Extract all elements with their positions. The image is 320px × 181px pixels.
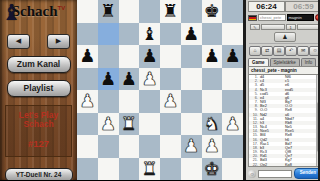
channel-sidebar: ♝ SchachTV ◀ ▶ Zum Kanal Playlist Let's … xyxy=(0,0,77,180)
control-field-3[interactable] xyxy=(297,24,320,30)
notation-area: 1.d4Nf62.c4c53.d5e64.Nc3exd55.cxd5d66.e4… xyxy=(248,74,320,167)
black-move[interactable]: Kg8 xyxy=(284,163,309,167)
clocks: 06:24 06:59 xyxy=(248,1,320,12)
square-b2[interactable] xyxy=(98,135,119,158)
white-pawn: ♟ xyxy=(181,135,202,158)
white-rook: ♜ xyxy=(119,113,140,136)
control-field-2[interactable]: 1 xyxy=(286,24,296,30)
white-pawn: ♟ xyxy=(160,90,181,113)
square-c2[interactable] xyxy=(119,135,140,158)
square-h3[interactable]: ♟ xyxy=(222,113,243,136)
yt-duell-button[interactable]: YT-Duell Nr. 24 xyxy=(5,168,73,180)
black-bishop: ♝ xyxy=(139,23,160,46)
chat-bar: ☺ Senden xyxy=(246,167,320,180)
move-list[interactable]: 1.d4Nf62.c4c53.d5e64.Nc3exd55.cxd5d66.e4… xyxy=(249,75,316,166)
square-d7[interactable]: ♝ xyxy=(139,23,160,46)
toolbar-flip-board-icon[interactable]: ⇄ xyxy=(261,46,273,56)
square-d6[interactable]: ♟ xyxy=(139,45,160,68)
square-f7[interactable]: ♟ xyxy=(181,23,202,46)
black-pawn: ♟ xyxy=(202,45,223,68)
chess-client-panel: 06:24 06:59 chessi_pete magnin ✎ 1 ♟ ⌂⇄▤… xyxy=(243,0,320,180)
square-d1[interactable]: ♜ xyxy=(139,158,160,181)
black-pawn: ♟ xyxy=(77,45,98,68)
square-c8[interactable] xyxy=(119,0,140,23)
square-h1[interactable] xyxy=(222,158,243,181)
black-pawn: ♟ xyxy=(119,68,140,91)
white-pawn: ♟ xyxy=(139,68,160,91)
bishop-logo-icon: ♝ xyxy=(2,0,22,25)
nav-arrows: ◀ ▶ xyxy=(0,32,77,49)
square-b7[interactable] xyxy=(98,23,119,46)
square-e8[interactable]: ♜ xyxy=(160,0,181,23)
square-a3[interactable] xyxy=(77,113,98,136)
square-a8[interactable] xyxy=(77,0,98,23)
square-c1[interactable] xyxy=(119,158,140,181)
square-g5[interactable] xyxy=(202,68,223,91)
black-rook: ♜ xyxy=(98,0,119,23)
square-f2[interactable]: ♟ xyxy=(181,135,202,158)
toolbar-mail-icon[interactable]: ✉ xyxy=(297,46,309,56)
panel-tabs: GameSpielstärkeInfo xyxy=(248,57,320,66)
next-button[interactable]: ▶ xyxy=(47,34,70,49)
square-b8[interactable]: ♜ xyxy=(98,0,119,23)
playlist-button[interactable]: Playlist xyxy=(7,80,71,97)
edit-icon[interactable]: ✎ xyxy=(250,24,260,30)
white-pawn: ♟ xyxy=(98,113,119,136)
square-e7[interactable] xyxy=(160,23,181,46)
move-row-22: 22.Qe2Kg8 xyxy=(249,163,316,167)
white-clock: 06:24 xyxy=(248,1,285,12)
square-b1[interactable] xyxy=(98,158,119,181)
tab-spielstärke[interactable]: Spielstärke xyxy=(270,58,300,66)
send-button[interactable]: Senden xyxy=(294,168,320,179)
black-pawn: ♟ xyxy=(139,45,160,68)
square-c6[interactable] xyxy=(119,45,140,68)
pawn-icon-button[interactable]: ♟ xyxy=(274,32,296,42)
smiley-icon[interactable]: ☺ xyxy=(248,170,256,178)
square-g6[interactable]: ♟ xyxy=(202,45,223,68)
square-g4[interactable] xyxy=(202,90,223,113)
chat-input[interactable] xyxy=(258,170,292,178)
white-king: ♚ xyxy=(202,158,223,181)
square-a5[interactable] xyxy=(77,68,98,91)
notation-header: chessi_pete - magnin xyxy=(248,66,320,74)
square-a6[interactable]: ♟ xyxy=(77,45,98,68)
square-h7[interactable] xyxy=(222,23,243,46)
player-name-row: chessi_pete magnin xyxy=(248,13,320,22)
black-player-field[interactable]: magnin xyxy=(287,14,315,21)
square-e6[interactable] xyxy=(160,45,181,68)
square-e1[interactable] xyxy=(160,158,181,181)
square-e5[interactable] xyxy=(160,68,181,91)
square-a2[interactable] xyxy=(77,135,98,158)
square-d2[interactable] xyxy=(139,135,160,158)
panel-toolbar: ⌂⇄▤↶✉☺ xyxy=(249,43,320,55)
black-rook: ♜ xyxy=(160,0,181,23)
prev-button[interactable]: ◀ xyxy=(7,34,30,49)
white-pawn: ♟ xyxy=(77,90,98,113)
square-f3[interactable] xyxy=(181,113,202,136)
square-h4[interactable] xyxy=(222,90,243,113)
toolbar-home-icon[interactable]: ⌂ xyxy=(249,46,261,56)
square-b5[interactable]: ♟ xyxy=(98,68,119,91)
square-c4[interactable] xyxy=(119,90,140,113)
game-controls-row: ✎ 1 xyxy=(250,23,320,31)
square-c5[interactable]: ♟ xyxy=(119,68,140,91)
german-flag-icon xyxy=(248,15,257,21)
white-pawn: ♟ xyxy=(222,113,243,136)
control-field-1[interactable] xyxy=(261,24,285,30)
black-king: ♚ xyxy=(202,0,223,23)
tab-info[interactable]: Info xyxy=(301,58,317,66)
tab-game[interactable]: Game xyxy=(248,58,269,66)
square-f8[interactable] xyxy=(181,0,202,23)
toolbar-board-setup-icon[interactable]: ▤ xyxy=(273,46,285,56)
square-e2[interactable] xyxy=(160,135,181,158)
square-f1[interactable] xyxy=(181,158,202,181)
chess-board[interactable]: ♜♜♚♝♟♟♟♟♟♟♟♟♟♟♟♜♞♟♟♟♜♚ xyxy=(77,0,243,180)
square-h2[interactable] xyxy=(222,135,243,158)
square-f5[interactable] xyxy=(181,68,202,91)
square-e3[interactable] xyxy=(160,113,181,136)
series-title-line2: Schach xyxy=(6,120,71,129)
white-knight: ♞ xyxy=(202,113,223,136)
square-h8[interactable] xyxy=(222,0,243,23)
white-player-field[interactable]: chessi_pete xyxy=(258,14,286,21)
video-frame: ♝ SchachTV ◀ ▶ Zum Kanal Playlist Let's … xyxy=(0,0,320,180)
square-f4[interactable] xyxy=(181,90,202,113)
square-h5[interactable] xyxy=(222,68,243,91)
white-move[interactable]: Qe2 xyxy=(259,163,284,167)
square-d5[interactable]: ♟ xyxy=(139,68,160,91)
square-a7[interactable] xyxy=(77,23,98,46)
square-g8[interactable]: ♚ xyxy=(202,0,223,23)
white-rook: ♜ xyxy=(139,158,160,181)
move-number: 22. xyxy=(249,163,259,167)
black-clock: 06:59 xyxy=(285,1,320,12)
square-d3[interactable] xyxy=(139,113,160,136)
toolbar-undo-icon[interactable]: ↶ xyxy=(285,46,297,56)
square-d4[interactable] xyxy=(139,90,160,113)
series-info-box: Let's Play Schach #127 xyxy=(5,105,72,157)
square-a4[interactable]: ♟ xyxy=(77,90,98,113)
black-pawn: ♟ xyxy=(98,68,119,91)
square-e4[interactable]: ♟ xyxy=(160,90,181,113)
square-h6[interactable]: ♟ xyxy=(222,45,243,68)
channel-logo: ♝ SchachTV xyxy=(0,2,77,32)
square-c7[interactable] xyxy=(119,23,140,46)
square-g3[interactable]: ♞ xyxy=(202,113,223,136)
square-b4[interactable] xyxy=(98,90,119,113)
square-a1[interactable] xyxy=(77,158,98,181)
logo-tv-sup: TV xyxy=(58,5,66,11)
episode-number: #127 xyxy=(6,138,71,149)
black-pawn: ♟ xyxy=(222,45,243,68)
square-g2[interactable]: ♟ xyxy=(202,135,223,158)
square-b6[interactable] xyxy=(98,45,119,68)
square-f6[interactable] xyxy=(181,45,202,68)
pawn-button-row: ♟ xyxy=(246,32,320,40)
white-pawn: ♟ xyxy=(202,135,223,158)
square-g1[interactable]: ♚ xyxy=(202,158,223,181)
square-b3[interactable]: ♟ xyxy=(98,113,119,136)
black-pawn: ♟ xyxy=(181,23,202,46)
square-g7[interactable] xyxy=(202,23,223,46)
square-c3[interactable]: ♜ xyxy=(119,113,140,136)
square-d8[interactable] xyxy=(139,0,160,23)
zum-kanal-button[interactable]: Zum Kanal xyxy=(7,56,71,73)
